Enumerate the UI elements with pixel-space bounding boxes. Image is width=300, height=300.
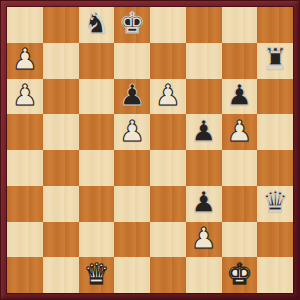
square-b4[interactable] xyxy=(43,150,79,186)
square-b3[interactable] xyxy=(43,186,79,222)
square-c5[interactable] xyxy=(79,114,115,150)
board-frame: ♞♚♟♜♟♟♟♟♟♟♟♟♛♟♛♚ xyxy=(0,0,300,300)
square-b8[interactable] xyxy=(43,7,79,43)
piece-white-pawn[interactable]: ♟ xyxy=(119,117,145,146)
square-g7[interactable] xyxy=(222,43,258,79)
piece-black-pawn[interactable]: ♟ xyxy=(119,81,145,110)
square-f4[interactable] xyxy=(186,150,222,186)
piece-white-pawn[interactable]: ♟ xyxy=(12,45,38,74)
square-f6[interactable] xyxy=(186,79,222,115)
square-a1[interactable] xyxy=(7,257,43,293)
piece-black-pawn[interactable]: ♟ xyxy=(191,117,217,146)
piece-white-pawn[interactable]: ♟ xyxy=(226,117,252,146)
square-h7[interactable]: ♜ xyxy=(257,43,293,79)
square-b5[interactable] xyxy=(43,114,79,150)
piece-white-pawn[interactable]: ♟ xyxy=(191,224,217,253)
square-b7[interactable] xyxy=(43,43,79,79)
square-d4[interactable] xyxy=(114,150,150,186)
square-d2[interactable] xyxy=(114,222,150,258)
square-e2[interactable] xyxy=(150,222,186,258)
piece-white-pawn[interactable]: ♟ xyxy=(12,81,38,110)
square-h4[interactable] xyxy=(257,150,293,186)
square-a8[interactable] xyxy=(7,7,43,43)
square-h3[interactable]: ♛ xyxy=(257,186,293,222)
square-f3[interactable]: ♟ xyxy=(186,186,222,222)
square-d8[interactable]: ♚ xyxy=(114,7,150,43)
square-d6[interactable]: ♟ xyxy=(114,79,150,115)
square-e5[interactable] xyxy=(150,114,186,150)
square-g4[interactable] xyxy=(222,150,258,186)
square-c1[interactable]: ♛ xyxy=(79,257,115,293)
square-d5[interactable]: ♟ xyxy=(114,114,150,150)
square-a6[interactable]: ♟ xyxy=(7,79,43,115)
square-g5[interactable]: ♟ xyxy=(222,114,258,150)
square-h8[interactable] xyxy=(257,7,293,43)
piece-black-pawn[interactable]: ♟ xyxy=(191,188,217,217)
piece-black-pawn[interactable]: ♟ xyxy=(226,81,252,110)
square-b6[interactable] xyxy=(43,79,79,115)
piece-black-queen[interactable]: ♛ xyxy=(262,188,288,217)
square-h1[interactable] xyxy=(257,257,293,293)
square-c4[interactable] xyxy=(79,150,115,186)
square-e6[interactable]: ♟ xyxy=(150,79,186,115)
square-d3[interactable] xyxy=(114,186,150,222)
square-d7[interactable] xyxy=(114,43,150,79)
piece-black-rook[interactable]: ♜ xyxy=(262,45,288,74)
square-f2[interactable]: ♟ xyxy=(186,222,222,258)
square-f8[interactable] xyxy=(186,7,222,43)
square-f5[interactable]: ♟ xyxy=(186,114,222,150)
square-g6[interactable]: ♟ xyxy=(222,79,258,115)
square-c8[interactable]: ♞ xyxy=(79,7,115,43)
square-e3[interactable] xyxy=(150,186,186,222)
square-a4[interactable] xyxy=(7,150,43,186)
square-a7[interactable]: ♟ xyxy=(7,43,43,79)
square-e4[interactable] xyxy=(150,150,186,186)
square-f1[interactable] xyxy=(186,257,222,293)
square-g3[interactable] xyxy=(222,186,258,222)
square-a5[interactable] xyxy=(7,114,43,150)
square-c7[interactable] xyxy=(79,43,115,79)
square-d1[interactable] xyxy=(114,257,150,293)
square-c3[interactable] xyxy=(79,186,115,222)
chess-board: ♞♚♟♜♟♟♟♟♟♟♟♟♛♟♛♚ xyxy=(7,7,293,293)
piece-black-king[interactable]: ♚ xyxy=(119,9,145,38)
square-c2[interactable] xyxy=(79,222,115,258)
square-g2[interactable] xyxy=(222,222,258,258)
square-f7[interactable] xyxy=(186,43,222,79)
square-c6[interactable] xyxy=(79,79,115,115)
square-b2[interactable] xyxy=(43,222,79,258)
square-b1[interactable] xyxy=(43,257,79,293)
square-e7[interactable] xyxy=(150,43,186,79)
square-h6[interactable] xyxy=(257,79,293,115)
square-a2[interactable] xyxy=(7,222,43,258)
square-h2[interactable] xyxy=(257,222,293,258)
piece-black-knight[interactable]: ♞ xyxy=(83,9,109,38)
square-h5[interactable] xyxy=(257,114,293,150)
square-a3[interactable] xyxy=(7,186,43,222)
piece-white-king[interactable]: ♚ xyxy=(226,260,252,289)
square-e8[interactable] xyxy=(150,7,186,43)
square-e1[interactable] xyxy=(150,257,186,293)
square-g8[interactable] xyxy=(222,7,258,43)
piece-white-pawn[interactable]: ♟ xyxy=(155,81,181,110)
square-g1[interactable]: ♚ xyxy=(222,257,258,293)
piece-white-queen[interactable]: ♛ xyxy=(83,260,109,289)
